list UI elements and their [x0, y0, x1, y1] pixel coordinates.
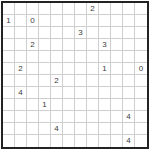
cell-r5c1: 2	[15, 63, 27, 75]
cell-r4c8[interactable]	[99, 51, 111, 63]
puzzle-page: 210323210241444	[0, 0, 150, 150]
cell-r0c0[interactable]	[3, 3, 15, 15]
cell-r1c11[interactable]	[135, 15, 147, 27]
cell-r9c2[interactable]	[27, 111, 39, 123]
cell-r5c2[interactable]	[27, 63, 39, 75]
cell-r5c6[interactable]	[75, 63, 87, 75]
cell-r1c4[interactable]	[51, 15, 63, 27]
cell-r5c3[interactable]	[39, 63, 51, 75]
cell-r6c10[interactable]	[123, 75, 135, 87]
cell-r11c5[interactable]	[63, 135, 75, 147]
cell-r1c9[interactable]	[111, 15, 123, 27]
cell-r10c8[interactable]	[99, 123, 111, 135]
cell-r6c7[interactable]	[87, 75, 99, 87]
cell-r2c7[interactable]	[87, 27, 99, 39]
cell-r3c5[interactable]	[63, 39, 75, 51]
cell-r11c8[interactable]	[99, 135, 111, 147]
cell-r9c5[interactable]	[63, 111, 75, 123]
cell-r3c1[interactable]	[15, 39, 27, 51]
cell-r6c5[interactable]	[63, 75, 75, 87]
cell-r11c11[interactable]	[135, 135, 147, 147]
cell-r3c4[interactable]	[51, 39, 63, 51]
cell-r10c11[interactable]	[135, 123, 147, 135]
cell-r6c6[interactable]	[75, 75, 87, 87]
cell-r1c2: 0	[27, 15, 39, 27]
cell-r0c3[interactable]	[39, 3, 51, 15]
cell-r11c0[interactable]	[3, 135, 15, 147]
cell-r4c1[interactable]	[15, 51, 27, 63]
cell-r10c9[interactable]	[111, 123, 123, 135]
cell-r0c4[interactable]	[51, 3, 63, 15]
cell-r5c5[interactable]	[63, 63, 75, 75]
cell-r3c0[interactable]	[3, 39, 15, 51]
cell-r4c4[interactable]	[51, 51, 63, 63]
cell-r0c8[interactable]	[99, 3, 111, 15]
cell-r9c1[interactable]	[15, 111, 27, 123]
cell-r4c5[interactable]	[63, 51, 75, 63]
cell-r10c4: 4	[51, 123, 63, 135]
cell-r0c11[interactable]	[135, 3, 147, 15]
cell-r7c5[interactable]	[63, 87, 75, 99]
cell-r3c11[interactable]	[135, 39, 147, 51]
cell-r5c0[interactable]	[3, 63, 15, 75]
cell-r6c2[interactable]	[27, 75, 39, 87]
cell-r1c6[interactable]	[75, 15, 87, 27]
cell-r3c8: 3	[99, 39, 111, 51]
cell-r7c7[interactable]	[87, 87, 99, 99]
cell-r1c8[interactable]	[99, 15, 111, 27]
cell-r7c10[interactable]	[123, 87, 135, 99]
cell-r1c1[interactable]	[15, 15, 27, 27]
cell-r6c0[interactable]	[3, 75, 15, 87]
cell-r6c11[interactable]	[135, 75, 147, 87]
cell-r3c2: 2	[27, 39, 39, 51]
cell-r8c2[interactable]	[27, 99, 39, 111]
cell-r10c5[interactable]	[63, 123, 75, 135]
cell-r8c10[interactable]	[123, 99, 135, 111]
cell-r5c8: 1	[99, 63, 111, 75]
cell-r9c11[interactable]	[135, 111, 147, 123]
cell-r9c6[interactable]	[75, 111, 87, 123]
cell-r8c4[interactable]	[51, 99, 63, 111]
cell-r5c9[interactable]	[111, 63, 123, 75]
cell-r3c6[interactable]	[75, 39, 87, 51]
cell-r3c3[interactable]	[39, 39, 51, 51]
cell-r1c10[interactable]	[123, 15, 135, 27]
cell-r6c1[interactable]	[15, 75, 27, 87]
cell-r10c7[interactable]	[87, 123, 99, 135]
cell-r4c10[interactable]	[123, 51, 135, 63]
cell-r4c6[interactable]	[75, 51, 87, 63]
cell-r6c8[interactable]	[99, 75, 111, 87]
cell-r3c9[interactable]	[111, 39, 123, 51]
cell-r2c6: 3	[75, 27, 87, 39]
cell-r1c5[interactable]	[63, 15, 75, 27]
cell-r5c10[interactable]	[123, 63, 135, 75]
cell-r0c6[interactable]	[75, 3, 87, 15]
cell-r11c3[interactable]	[39, 135, 51, 147]
cell-r7c4[interactable]	[51, 87, 63, 99]
cell-r2c11[interactable]	[135, 27, 147, 39]
cell-r11c2[interactable]	[27, 135, 39, 147]
cell-r8c1[interactable]	[15, 99, 27, 111]
cell-r10c6[interactable]	[75, 123, 87, 135]
cell-r8c11[interactable]	[135, 99, 147, 111]
cell-r8c7[interactable]	[87, 99, 99, 111]
cell-r0c7: 2	[87, 3, 99, 15]
cell-r0c5[interactable]	[63, 3, 75, 15]
cell-r4c3[interactable]	[39, 51, 51, 63]
cell-r9c3[interactable]	[39, 111, 51, 123]
cell-r9c8[interactable]	[99, 111, 111, 123]
cell-r7c9[interactable]	[111, 87, 123, 99]
cell-r2c10[interactable]	[123, 27, 135, 39]
cell-r7c0[interactable]	[3, 87, 15, 99]
cell-r11c10: 4	[123, 135, 135, 147]
cell-r9c10: 4	[123, 111, 135, 123]
cell-r2c4[interactable]	[51, 27, 63, 39]
cell-r2c9[interactable]	[111, 27, 123, 39]
cell-r6c4: 2	[51, 75, 63, 87]
cell-r11c7[interactable]	[87, 135, 99, 147]
cell-r9c9[interactable]	[111, 111, 123, 123]
cell-r1c3[interactable]	[39, 15, 51, 27]
cell-r11c4[interactable]	[51, 135, 63, 147]
cell-r4c9[interactable]	[111, 51, 123, 63]
cell-r8c9[interactable]	[111, 99, 123, 111]
cell-r1c0: 1	[3, 15, 15, 27]
cell-r8c5[interactable]	[63, 99, 75, 111]
cell-r4c0[interactable]	[3, 51, 15, 63]
cell-r2c2[interactable]	[27, 27, 39, 39]
cell-r10c0[interactable]	[3, 123, 15, 135]
cell-r4c2[interactable]	[27, 51, 39, 63]
cell-r8c0[interactable]	[3, 99, 15, 111]
cell-r5c11: 0	[135, 63, 147, 75]
cell-r5c4[interactable]	[51, 63, 63, 75]
cell-r3c7[interactable]	[87, 39, 99, 51]
cell-r2c3[interactable]	[39, 27, 51, 39]
cell-r7c1: 4	[15, 87, 27, 99]
cell-r10c1[interactable]	[15, 123, 27, 135]
cell-r9c4[interactable]	[51, 111, 63, 123]
cell-r2c0[interactable]	[3, 27, 15, 39]
cell-r7c2[interactable]	[27, 87, 39, 99]
cell-r8c3: 1	[39, 99, 51, 111]
cell-r0c10[interactable]	[123, 3, 135, 15]
cell-r9c7[interactable]	[87, 111, 99, 123]
cell-r7c8[interactable]	[99, 87, 111, 99]
cell-r11c9[interactable]	[111, 135, 123, 147]
cell-r3c10[interactable]	[123, 39, 135, 51]
cell-r8c8[interactable]	[99, 99, 111, 111]
cell-r10c10[interactable]	[123, 123, 135, 135]
cell-r11c1[interactable]	[15, 135, 27, 147]
cell-r0c2[interactable]	[27, 3, 39, 15]
cell-r4c11[interactable]	[135, 51, 147, 63]
cell-r7c11[interactable]	[135, 87, 147, 99]
puzzle-board: 210323210241444	[1, 1, 149, 149]
cell-r10c3[interactable]	[39, 123, 51, 135]
cell-r9c0[interactable]	[3, 111, 15, 123]
cell-r2c1[interactable]	[15, 27, 27, 39]
cell-r8c6[interactable]	[75, 99, 87, 111]
cell-r11c6[interactable]	[75, 135, 87, 147]
cell-r10c2[interactable]	[27, 123, 39, 135]
cell-r0c9[interactable]	[111, 3, 123, 15]
cell-r5c7[interactable]	[87, 63, 99, 75]
cell-r6c9[interactable]	[111, 75, 123, 87]
cell-r7c3[interactable]	[39, 87, 51, 99]
cell-r6c3[interactable]	[39, 75, 51, 87]
cell-r2c8[interactable]	[99, 27, 111, 39]
cell-r4c7[interactable]	[87, 51, 99, 63]
cell-r7c6[interactable]	[75, 87, 87, 99]
cell-r0c1[interactable]	[15, 3, 27, 15]
cell-r2c5[interactable]	[63, 27, 75, 39]
cell-r1c7[interactable]	[87, 15, 99, 27]
